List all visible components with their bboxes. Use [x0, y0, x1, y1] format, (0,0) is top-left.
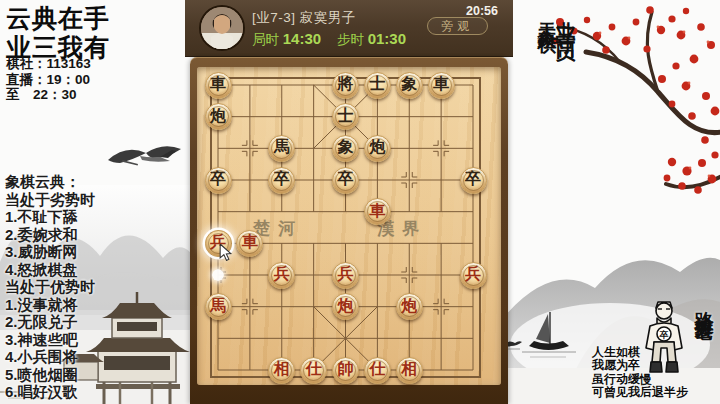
club-info-line: 至 22：30: [6, 87, 91, 103]
board-frame: 楚河 漢界 車將士象車炮士馬象炮卒卒卒卒車兵車兵兵兵馬炮炮相仕帥仕相: [190, 57, 508, 404]
game-time-value: 14:30: [283, 30, 321, 47]
vertical-title-stall: 路边摊老云: [691, 296, 717, 311]
move-time-value: 01:30: [368, 30, 406, 47]
cloud-list-item: 2.无限兑子: [5, 313, 95, 331]
piece-black-f7r1[interactable]: 象: [396, 72, 423, 99]
club-info: 棋社：113163直播：19：00至 22：30: [6, 56, 91, 103]
piece-black-f5r1[interactable]: 將: [332, 72, 359, 99]
cloud-list-item: 3.神速些吧: [5, 331, 95, 349]
piece-red-f7r8[interactable]: 炮: [396, 293, 423, 320]
cloud-list-item: 5.喷他烟圈: [5, 366, 95, 384]
piece-char: 兵: [274, 266, 290, 282]
piece-char: 炮: [210, 108, 226, 124]
headline-line1: 云典在手: [6, 4, 110, 33]
xiangqi-board-area: [业7-3] 寂寞男子 局时 14:30 步时 01:30 20:56 旁观 楚…: [185, 0, 525, 404]
piece-char: 卒: [210, 171, 226, 187]
piece-char: 象: [401, 76, 417, 92]
piece-char: 士: [338, 108, 354, 124]
piece-char: 仕: [369, 361, 385, 377]
piece-char: 卒: [274, 171, 290, 187]
boat-icon: [522, 312, 576, 357]
cloud-list-item: 2.委婉求和: [5, 226, 95, 244]
piece-char: 相: [401, 361, 417, 377]
crane-icon: [108, 146, 181, 165]
piece-red-f7r10[interactable]: 相: [396, 357, 423, 384]
opponent-nickname: 寂寞男子: [300, 10, 356, 25]
piece-black-f1r1[interactable]: 車: [205, 72, 232, 99]
cloud-list-item: 1.没事就将: [5, 296, 95, 314]
piece-char: 炮: [369, 139, 385, 155]
piece-char: 士: [369, 76, 385, 92]
cloud-list-item: 4.小兵围将: [5, 348, 95, 366]
opponent-rank-tag: [业7-3]: [252, 10, 296, 25]
piece-red-f2r6[interactable]: 車: [236, 230, 263, 257]
cloud-list-item: 1.不耻下舔: [5, 208, 95, 226]
piece-black-f3r3[interactable]: 馬: [268, 135, 295, 162]
piece-black-f5r4[interactable]: 卒: [332, 167, 359, 194]
piece-red-f5r7[interactable]: 兵: [332, 262, 359, 289]
piece-red-f5r10[interactable]: 帥: [332, 357, 359, 384]
cloud-list-title: 象棋云典：: [5, 173, 95, 191]
club-info-line: 直播：19：00: [6, 72, 91, 88]
piece-char: 兵: [338, 266, 354, 282]
piece-red-f9r7[interactable]: 兵: [460, 262, 487, 289]
piece-red-f3r7[interactable]: 兵: [268, 262, 295, 289]
piece-black-f9r4[interactable]: 卒: [460, 167, 487, 194]
piece-red-f3r10[interactable]: 相: [268, 357, 295, 384]
piece-red-f6r5[interactable]: 車: [364, 198, 391, 225]
plum-blossom-icon: [551, 6, 720, 194]
piece-red-f1r8[interactable]: 馬: [205, 293, 232, 320]
left-headline: 云典在手 业三我有: [6, 4, 110, 62]
xiangqi-board[interactable]: 楚河 漢界 車將士象車炮士馬象炮卒卒卒卒車兵車兵兵兵馬炮炮相仕帥仕相: [197, 67, 501, 385]
move-from-marker: [212, 269, 224, 281]
poem-line: 可曾见我后退半步: [592, 386, 688, 399]
piece-char: 卒: [465, 171, 481, 187]
piece-char: 車: [242, 234, 258, 250]
mascot-pawn-char: 卒: [659, 330, 669, 340]
piece-red-f4r10[interactable]: 仕: [300, 357, 327, 384]
cloud-list-item: 6.唱好汉歌: [5, 383, 95, 401]
piece-char: 炮: [338, 298, 354, 314]
cloud-list-section-header: 当处于优势时: [5, 278, 95, 296]
piece-black-f1r2[interactable]: 炮: [205, 103, 232, 130]
piece-char: 馬: [210, 298, 226, 314]
system-clock: 20:56: [466, 4, 498, 18]
piece-black-f8r1[interactable]: 車: [428, 72, 455, 99]
piece-char: 象: [338, 139, 354, 155]
piece-char: 兵: [465, 266, 481, 282]
opponent-name: [业7-3] 寂寞男子: [252, 9, 356, 27]
cloud-list-section-header: 当处于劣势时: [5, 191, 95, 209]
opponent-info-bar: [业7-3] 寂寞男子 局时 14:30 步时 01:30 20:56 旁观: [185, 0, 513, 57]
piece-char: 將: [338, 76, 354, 92]
vertical-title-goalkeeper: 业三守门员: [553, 6, 580, 31]
piece-char: 卒: [338, 171, 354, 187]
piece-black-f6r3[interactable]: 炮: [364, 135, 391, 162]
piece-char: 仕: [306, 361, 322, 377]
piece-black-f3r4[interactable]: 卒: [268, 167, 295, 194]
piece-black-f5r3[interactable]: 象: [332, 135, 359, 162]
club-info-line: 棋社：113163: [6, 56, 91, 72]
piece-char: 相: [274, 361, 290, 377]
piece-char: 車: [210, 76, 226, 92]
piece-char: 馬: [274, 139, 290, 155]
piece-black-f1r4[interactable]: 卒: [205, 167, 232, 194]
piece-char: 帥: [338, 361, 354, 377]
piece-char: 車: [433, 76, 449, 92]
game-time-label: 局时: [252, 32, 279, 47]
opponent-timers: 局时 14:30 步时 01:30: [252, 30, 418, 49]
stream-frame: 云典在手 业三我有 棋社：113163直播：19：00至 22：30 象棋云典：…: [0, 0, 720, 404]
mouse-cursor-icon: [219, 244, 233, 261]
piece-black-f6r1[interactable]: 士: [364, 72, 391, 99]
piece-black-f5r2[interactable]: 士: [332, 103, 359, 130]
pawn-soldier-mascot: 卒: [638, 296, 690, 376]
piece-red-f6r10[interactable]: 仕: [364, 357, 391, 384]
piece-char: 炮: [401, 298, 417, 314]
avatar-photo: [201, 7, 243, 49]
piece-red-f5r8[interactable]: 炮: [332, 293, 359, 320]
cloud-list-item: 3.威胁断网: [5, 243, 95, 261]
chess-cloud-list: 象棋云典：当处于劣势时1.不耻下舔2.委婉求和3.威胁断网4.怒掀棋盘当处于优势…: [5, 173, 95, 401]
cloud-list-item: 4.怒掀棋盘: [5, 261, 95, 279]
spectate-button[interactable]: 旁观: [427, 17, 488, 35]
opponent-avatar[interactable]: [199, 5, 245, 51]
move-time-label: 步时: [337, 32, 364, 47]
piece-char: 車: [369, 203, 385, 219]
